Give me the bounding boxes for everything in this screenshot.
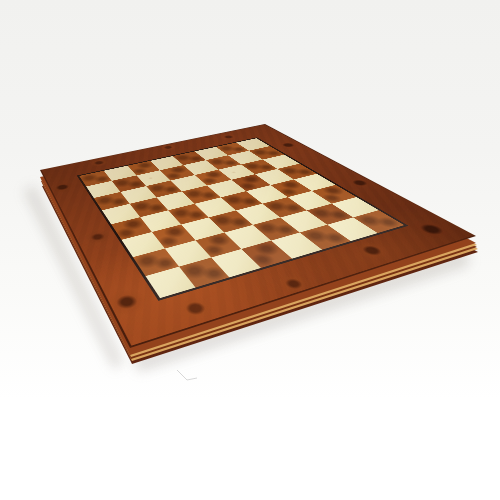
photo-artifact-mark: [176, 369, 198, 384]
product-photo-scene: [0, 0, 500, 500]
